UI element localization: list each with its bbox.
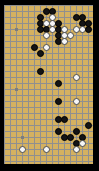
- black-stone: [61, 116, 68, 123]
- black-stone: [55, 80, 62, 87]
- white-stone: [43, 32, 50, 39]
- black-stone: [73, 128, 80, 135]
- grid-line-horizontal: [4, 65, 93, 66]
- grid-line-horizontal: [4, 119, 93, 120]
- go-app-frame: [0, 0, 99, 171]
- grid-line-horizontal: [4, 155, 93, 156]
- black-stone: [37, 68, 44, 75]
- go-board[interactable]: [4, 5, 93, 164]
- grid-line-horizontal: [4, 5, 93, 6]
- grid-line-horizontal: [4, 83, 93, 84]
- black-stone: [55, 98, 62, 105]
- grid-line-horizontal: [4, 125, 93, 126]
- grid-line-horizontal: [4, 41, 93, 42]
- grid-line-horizontal: [4, 59, 93, 60]
- white-stone: [73, 98, 80, 105]
- white-stone: [67, 32, 74, 39]
- black-stone: [85, 122, 92, 129]
- grid-line-horizontal: [4, 161, 93, 162]
- grid-line-horizontal: [4, 107, 93, 108]
- grid-line-horizontal: [4, 95, 93, 96]
- black-stone: [85, 26, 92, 33]
- black-stone: [37, 50, 44, 57]
- grid-line-horizontal: [4, 71, 93, 72]
- white-stone: [73, 74, 80, 81]
- white-stone: [43, 44, 50, 51]
- white-stone: [61, 38, 68, 45]
- white-stone: [73, 146, 80, 153]
- grid-line-horizontal: [4, 53, 93, 54]
- star-point: [15, 88, 18, 91]
- white-stone: [79, 140, 86, 147]
- grid-line-horizontal: [4, 113, 93, 114]
- black-stone: [67, 134, 74, 141]
- white-stone: [19, 146, 26, 153]
- star-point: [15, 28, 18, 31]
- black-stone: [55, 128, 62, 135]
- black-stone: [31, 44, 38, 51]
- white-stone: [43, 146, 50, 153]
- star-point: [21, 136, 24, 139]
